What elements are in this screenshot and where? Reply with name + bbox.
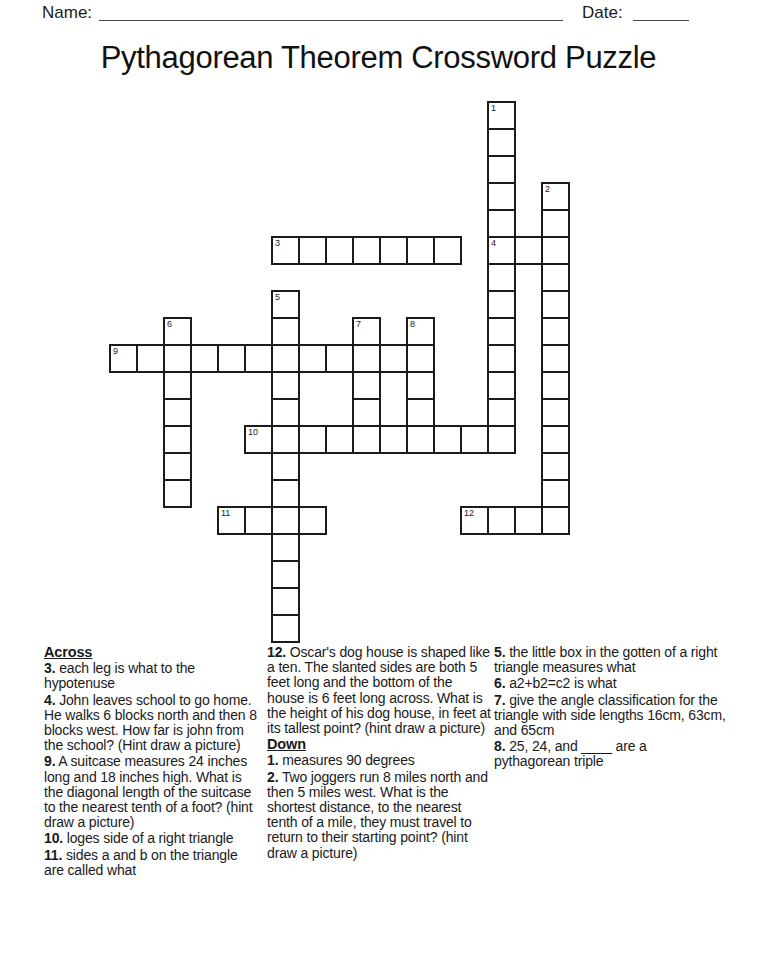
grid-cell[interactable] <box>271 344 300 373</box>
grid-cell[interactable] <box>271 371 300 400</box>
clue-item: 4. John leaves school to go home. He wal… <box>44 693 260 754</box>
clue-number: 3. <box>44 660 55 676</box>
grid-cell[interactable] <box>352 344 381 373</box>
grid-cell[interactable]: 12 <box>460 506 489 535</box>
cell-number: 12 <box>464 508 474 518</box>
clue-item: 9. A suitcase measures 24 inches long an… <box>44 754 260 830</box>
name-blank-line[interactable] <box>99 20 563 21</box>
clue-item: 10. loges side of a right triangle <box>44 831 260 846</box>
grid-cell[interactable] <box>298 236 327 265</box>
grid-cell[interactable] <box>406 425 435 454</box>
grid-cell[interactable] <box>352 236 381 265</box>
grid-cell[interactable]: 3 <box>271 236 300 265</box>
grid-cell[interactable] <box>541 371 570 400</box>
grid-cell[interactable] <box>244 506 273 535</box>
grid-cell[interactable] <box>325 236 354 265</box>
grid-cell[interactable] <box>406 344 435 373</box>
clue-item: 5. the little box in the gotten of a rig… <box>494 645 726 675</box>
grid-cell[interactable] <box>244 344 273 373</box>
name-label: Name: <box>42 3 92 23</box>
grid-cell[interactable] <box>163 344 192 373</box>
cell-number: 10 <box>248 427 258 437</box>
clue-column-3: 5. the little box in the gotten of a rig… <box>494 645 726 771</box>
grid-cell[interactable] <box>271 317 300 346</box>
cell-number: 8 <box>410 319 415 329</box>
clue-item: 1. measures 90 degrees <box>267 753 493 768</box>
grid-cell[interactable] <box>406 398 435 427</box>
crossword-grid: 123456789101112 <box>109 101 570 643</box>
clue-number: 10. <box>44 830 63 846</box>
grid-cell[interactable] <box>487 155 516 184</box>
grid-cell[interactable]: 6 <box>163 317 192 346</box>
grid-cell[interactable] <box>271 506 300 535</box>
grid-cell[interactable] <box>325 425 354 454</box>
grid-cell[interactable] <box>541 452 570 481</box>
grid-cell[interactable] <box>190 344 219 373</box>
grid-cell[interactable] <box>541 425 570 454</box>
clue-number: 1. <box>267 752 278 768</box>
grid-cell[interactable] <box>271 587 300 616</box>
cell-number: 7 <box>356 319 361 329</box>
grid-cell[interactable] <box>487 209 516 238</box>
date-blank-line[interactable] <box>633 20 689 21</box>
grid-cell[interactable] <box>487 425 516 454</box>
clue-number: 2. <box>267 769 278 785</box>
clue-item: 12. Oscar's dog house is shaped like a t… <box>267 645 493 736</box>
clue-number: 7. <box>494 692 505 708</box>
clue-number: 5. <box>494 644 505 660</box>
grid-cell[interactable] <box>460 425 489 454</box>
cell-number: 1 <box>491 103 496 113</box>
grid-cell[interactable] <box>163 398 192 427</box>
cell-number: 3 <box>275 238 280 248</box>
grid-cell[interactable] <box>541 317 570 346</box>
grid-cell[interactable] <box>487 371 516 400</box>
grid-cell[interactable] <box>406 236 435 265</box>
grid-cell[interactable] <box>163 452 192 481</box>
grid-cell[interactable] <box>487 290 516 319</box>
grid-cell[interactable] <box>514 236 543 265</box>
grid-cell[interactable] <box>298 344 327 373</box>
grid-cell[interactable] <box>433 236 462 265</box>
clue-item: 6. a2+b2=c2 is what <box>494 676 726 691</box>
cell-number: 9 <box>113 346 118 356</box>
grid-cell[interactable]: 7 <box>352 317 381 346</box>
grid-cell[interactable]: 5 <box>271 290 300 319</box>
grid-cell[interactable]: 8 <box>406 317 435 346</box>
grid-cell[interactable] <box>487 128 516 157</box>
page-title: Pythagorean Theorem Crossword Puzzle <box>0 40 757 76</box>
clue-item: 3. each leg is what to the hypotenuse <box>44 661 260 691</box>
clue-item: 2. Two joggers run 8 miles north and the… <box>267 770 493 861</box>
grid-cell[interactable] <box>541 479 570 508</box>
grid-cell[interactable] <box>271 425 300 454</box>
clue-section-header: Across <box>44 645 260 660</box>
grid-cell[interactable] <box>541 290 570 319</box>
grid-cell[interactable] <box>379 425 408 454</box>
grid-cell[interactable] <box>541 236 570 265</box>
grid-cell[interactable] <box>352 371 381 400</box>
clue-number: 12. <box>267 644 286 660</box>
clue-number: 8. <box>494 738 505 754</box>
clue-column-1: Across3. each leg is what to the hypoten… <box>44 645 260 879</box>
cell-number: 4 <box>491 238 496 248</box>
grid-cell[interactable] <box>514 506 543 535</box>
grid-cell[interactable]: 9 <box>109 344 138 373</box>
grid-cell[interactable] <box>271 533 300 562</box>
grid-cell[interactable] <box>325 344 354 373</box>
grid-cell[interactable]: 4 <box>487 236 516 265</box>
clue-number: 11. <box>44 847 62 863</box>
grid-cell[interactable] <box>487 506 516 535</box>
grid-cell[interactable] <box>487 398 516 427</box>
grid-cell[interactable] <box>271 452 300 481</box>
grid-cell[interactable] <box>271 479 300 508</box>
clue-item: 7. give the angle classification for the… <box>494 693 726 739</box>
grid-cell[interactable]: 1 <box>487 101 516 130</box>
cell-number: 2 <box>545 184 550 194</box>
grid-cell[interactable] <box>541 209 570 238</box>
grid-cell[interactable] <box>298 506 327 535</box>
grid-cell[interactable]: 2 <box>541 182 570 211</box>
cell-number: 6 <box>167 319 172 329</box>
clue-item: 8. 25, 24, and ____ are a pythagorean tr… <box>494 739 726 769</box>
grid-cell[interactable] <box>487 317 516 346</box>
grid-cell[interactable] <box>217 344 246 373</box>
clue-item: 11. sides a and b on the triangle are ca… <box>44 848 260 878</box>
cell-number: 11 <box>221 508 230 518</box>
clue-number: 4. <box>44 692 55 708</box>
grid-cell[interactable] <box>163 425 192 454</box>
clue-section-header: Down <box>267 737 493 752</box>
grid-cell[interactable] <box>379 344 408 373</box>
grid-cell[interactable]: 11 <box>217 506 246 535</box>
grid-cell[interactable] <box>298 425 327 454</box>
grid-cell[interactable] <box>163 479 192 508</box>
cell-number: 5 <box>275 292 280 302</box>
grid-cell[interactable] <box>271 614 300 643</box>
clue-column-2: 12. Oscar's dog house is shaped like a t… <box>267 645 493 862</box>
grid-cell[interactable] <box>271 560 300 589</box>
grid-cell[interactable] <box>136 344 165 373</box>
grid-cell[interactable] <box>541 263 570 292</box>
grid-cell[interactable] <box>352 398 381 427</box>
grid-cell[interactable] <box>406 371 435 400</box>
grid-cell[interactable] <box>379 236 408 265</box>
worksheet-page: Name: Date: Pythagorean Theorem Crosswor… <box>0 0 757 980</box>
clue-number: 6. <box>494 675 505 691</box>
grid-cell[interactable] <box>487 263 516 292</box>
grid-cell[interactable] <box>271 398 300 427</box>
grid-cell[interactable] <box>487 182 516 211</box>
clue-number: 9. <box>44 753 55 769</box>
grid-cell[interactable] <box>541 398 570 427</box>
grid-cell[interactable] <box>487 344 516 373</box>
grid-cell[interactable] <box>433 425 462 454</box>
grid-cell[interactable] <box>541 344 570 373</box>
grid-cell[interactable] <box>541 506 570 535</box>
grid-cell[interactable] <box>352 425 381 454</box>
grid-cell[interactable] <box>163 371 192 400</box>
grid-cell[interactable]: 10 <box>244 425 273 454</box>
date-label: Date: <box>582 3 623 23</box>
